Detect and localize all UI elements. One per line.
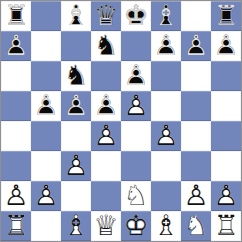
square-e6[interactable]: ♟♙ (121, 61, 151, 91)
white-pawn-outline: ♙ (91, 121, 121, 151)
square-d7[interactable]: ♞♘ (91, 31, 121, 61)
piece-black-rook[interactable]: ♜♖ (211, 1, 241, 31)
square-f2[interactable] (151, 181, 181, 211)
square-b1[interactable] (31, 211, 61, 241)
black-rook-outline: ♖ (211, 1, 241, 31)
white-pawn-outline: ♙ (151, 121, 181, 151)
piece-black-bishop[interactable]: ♝♗ (61, 1, 91, 31)
piece-white-knight[interactable]: ♞♘ (181, 211, 211, 241)
white-knight-outline: ♘ (121, 181, 151, 211)
square-f3[interactable] (151, 151, 181, 181)
white-pawn-outline: ♙ (211, 181, 241, 211)
piece-black-pawn[interactable]: ♟♙ (61, 91, 91, 121)
black-pawn-outline: ♙ (91, 91, 121, 121)
square-d6[interactable] (91, 61, 121, 91)
piece-black-rook[interactable]: ♜♖ (1, 1, 31, 31)
piece-white-pawn[interactable]: ♟♙ (211, 181, 241, 211)
piece-black-knight[interactable]: ♞♘ (91, 31, 121, 61)
piece-white-pawn[interactable]: ♟♙ (31, 181, 61, 211)
square-f6[interactable] (151, 61, 181, 91)
black-king-outline: ♔ (121, 1, 151, 31)
piece-black-pawn[interactable]: ♟♙ (181, 31, 211, 61)
square-d2[interactable] (91, 181, 121, 211)
square-b8[interactable] (31, 1, 61, 31)
piece-white-pawn[interactable]: ♟♙ (151, 121, 181, 151)
piece-white-pawn[interactable]: ♟♙ (121, 91, 151, 121)
square-a6[interactable] (1, 61, 31, 91)
piece-black-pawn[interactable]: ♟♙ (1, 31, 31, 61)
square-g6[interactable] (181, 61, 211, 91)
square-e4[interactable] (121, 121, 151, 151)
black-pawn-outline: ♙ (121, 61, 151, 91)
white-rook-outline: ♖ (1, 211, 31, 241)
square-g5[interactable] (181, 91, 211, 121)
square-g7[interactable]: ♟♙ (181, 31, 211, 61)
square-b5[interactable]: ♟♙ (31, 91, 61, 121)
square-h4[interactable] (211, 121, 241, 151)
black-pawn-outline: ♙ (31, 91, 61, 121)
white-pawn-outline: ♙ (121, 91, 151, 121)
piece-white-pawn[interactable]: ♟♙ (181, 181, 211, 211)
piece-black-queen[interactable]: ♛♕ (91, 1, 121, 31)
square-d1[interactable]: ♛♕ (91, 211, 121, 241)
piece-white-rook[interactable]: ♜♖ (1, 211, 31, 241)
white-queen-outline: ♕ (91, 211, 121, 241)
square-e2[interactable]: ♞♘ (121, 181, 151, 211)
square-f8[interactable]: ♝♗ (151, 1, 181, 31)
square-a4[interactable] (1, 121, 31, 151)
piece-black-pawn[interactable]: ♟♙ (31, 91, 61, 121)
black-knight-outline: ♘ (91, 31, 121, 61)
piece-black-pawn[interactable]: ♟♙ (121, 61, 151, 91)
black-knight-outline: ♘ (61, 61, 91, 91)
black-bishop-outline: ♗ (61, 1, 91, 31)
square-c1[interactable]: ♝♗ (61, 211, 91, 241)
square-h6[interactable] (211, 61, 241, 91)
square-d8[interactable]: ♛♕ (91, 1, 121, 31)
square-e7[interactable] (121, 31, 151, 61)
square-f5[interactable] (151, 91, 181, 121)
white-rook-outline: ♖ (211, 211, 241, 241)
square-c5[interactable]: ♟♙ (61, 91, 91, 121)
square-g8[interactable] (181, 1, 211, 31)
piece-black-pawn[interactable]: ♟♙ (151, 31, 181, 61)
black-pawn-outline: ♙ (151, 31, 181, 61)
piece-white-pawn[interactable]: ♟♙ (91, 121, 121, 151)
piece-white-bishop[interactable]: ♝♗ (151, 211, 181, 241)
white-pawn-outline: ♙ (181, 181, 211, 211)
square-a1[interactable]: ♜♖ (1, 211, 31, 241)
square-h3[interactable] (211, 151, 241, 181)
square-b2[interactable]: ♟♙ (31, 181, 61, 211)
piece-black-bishop[interactable]: ♝♗ (151, 1, 181, 31)
square-c6[interactable]: ♞♘ (61, 61, 91, 91)
piece-black-knight[interactable]: ♞♘ (61, 61, 91, 91)
square-h2[interactable]: ♟♙ (211, 181, 241, 211)
square-h1[interactable]: ♜♖ (211, 211, 241, 241)
piece-black-king[interactable]: ♚♔ (121, 1, 151, 31)
piece-black-pawn[interactable]: ♟♙ (211, 31, 241, 61)
white-king-outline: ♔ (121, 211, 151, 241)
piece-white-bishop[interactable]: ♝♗ (61, 211, 91, 241)
square-d5[interactable]: ♟♙ (91, 91, 121, 121)
square-c8[interactable]: ♝♗ (61, 1, 91, 31)
square-g1[interactable]: ♞♘ (181, 211, 211, 241)
square-d4[interactable]: ♟♙ (91, 121, 121, 151)
square-c4[interactable] (61, 121, 91, 151)
square-g3[interactable] (181, 151, 211, 181)
piece-white-pawn[interactable]: ♟♙ (61, 151, 91, 181)
black-pawn-outline: ♙ (61, 91, 91, 121)
black-bishop-outline: ♗ (151, 1, 181, 31)
black-pawn-outline: ♙ (1, 31, 31, 61)
white-bishop-outline: ♗ (151, 211, 181, 241)
piece-white-knight[interactable]: ♞♘ (121, 181, 151, 211)
square-f7[interactable]: ♟♙ (151, 31, 181, 61)
square-e8[interactable]: ♚♔ (121, 1, 151, 31)
square-a5[interactable] (1, 91, 31, 121)
square-f1[interactable]: ♝♗ (151, 211, 181, 241)
white-pawn-outline: ♙ (31, 181, 61, 211)
white-pawn-outline: ♙ (61, 151, 91, 181)
square-h7[interactable]: ♟♙ (211, 31, 241, 61)
piece-white-king[interactable]: ♚♔ (121, 211, 151, 241)
black-queen-outline: ♕ (91, 1, 121, 31)
square-b4[interactable] (31, 121, 61, 151)
white-bishop-outline: ♗ (61, 211, 91, 241)
square-h8[interactable]: ♜♖ (211, 1, 241, 31)
square-a2[interactable]: ♟♙ (1, 181, 31, 211)
square-c2[interactable] (61, 181, 91, 211)
black-pawn-outline: ♙ (181, 31, 211, 61)
white-knight-outline: ♘ (181, 211, 211, 241)
piece-white-queen[interactable]: ♛♕ (91, 211, 121, 241)
piece-white-rook[interactable]: ♜♖ (211, 211, 241, 241)
piece-black-pawn[interactable]: ♟♙ (91, 91, 121, 121)
square-b3[interactable] (31, 151, 61, 181)
square-e3[interactable] (121, 151, 151, 181)
square-c3[interactable]: ♟♙ (61, 151, 91, 181)
square-c7[interactable] (61, 31, 91, 61)
square-g2[interactable]: ♟♙ (181, 181, 211, 211)
white-pawn-outline: ♙ (1, 181, 31, 211)
square-e5[interactable]: ♟♙ (121, 91, 151, 121)
square-b6[interactable] (31, 61, 61, 91)
piece-white-pawn[interactable]: ♟♙ (1, 181, 31, 211)
chess-board: ♜♖♝♗♛♕♚♔♝♗♜♖♟♙♞♘♟♙♟♙♟♙♞♘♟♙♟♙♟♙♟♙♟♙♟♙♟♙♟♙… (0, 0, 242, 242)
square-e1[interactable]: ♚♔ (121, 211, 151, 241)
square-a8[interactable]: ♜♖ (1, 1, 31, 31)
square-b7[interactable] (31, 31, 61, 61)
square-g4[interactable] (181, 121, 211, 151)
square-a7[interactable]: ♟♙ (1, 31, 31, 61)
black-rook-outline: ♖ (1, 1, 31, 31)
square-a3[interactable] (1, 151, 31, 181)
square-d3[interactable] (91, 151, 121, 181)
square-f4[interactable]: ♟♙ (151, 121, 181, 151)
square-h5[interactable] (211, 91, 241, 121)
black-pawn-outline: ♙ (211, 31, 241, 61)
